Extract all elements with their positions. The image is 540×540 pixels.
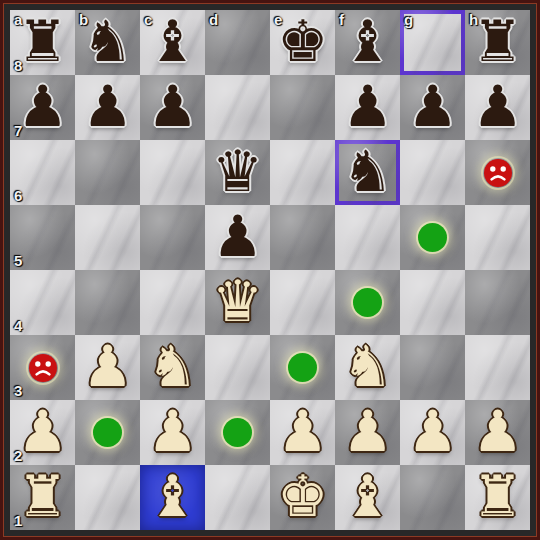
square-g5[interactable] [400, 205, 465, 270]
square-c7[interactable]: ♟ [140, 75, 205, 140]
board-frame: a8♜b♞c♝de♚f♝gh♜7♟♟♟♟♟♟6♛♞5♟4♛3♟♞♞2♟♟♟♟♟♟… [4, 4, 536, 536]
square-d7[interactable] [205, 75, 270, 140]
square-d3[interactable] [205, 335, 270, 400]
square-e1[interactable]: ♚ [270, 465, 335, 530]
white-pawn[interactable]: ♟ [147, 403, 198, 460]
black-pawn[interactable]: ♟ [342, 78, 393, 135]
square-b5[interactable] [75, 205, 140, 270]
square-g3[interactable] [400, 335, 465, 400]
square-h1[interactable]: ♜ [465, 465, 530, 530]
square-f4[interactable] [335, 270, 400, 335]
white-pawn[interactable]: ♟ [277, 403, 328, 460]
black-rook[interactable]: ♜ [472, 13, 523, 70]
square-a3[interactable]: 3 [10, 335, 75, 400]
square-h2[interactable]: ♟ [465, 400, 530, 465]
square-b7[interactable]: ♟ [75, 75, 140, 140]
black-bishop[interactable]: ♝ [342, 13, 393, 70]
black-knight[interactable]: ♞ [342, 143, 393, 200]
black-pawn[interactable]: ♟ [82, 78, 133, 135]
square-f6[interactable]: ♞ [335, 140, 400, 205]
black-pawn[interactable]: ♟ [147, 78, 198, 135]
white-pawn[interactable]: ♟ [342, 403, 393, 460]
square-a5[interactable]: 5 [10, 205, 75, 270]
square-d8[interactable]: d [205, 10, 270, 75]
square-d4[interactable]: ♛ [205, 270, 270, 335]
legal-move-dot[interactable] [288, 353, 317, 382]
black-knight[interactable]: ♞ [82, 13, 133, 70]
square-c6[interactable] [140, 140, 205, 205]
chess-app-screen: a8♜b♞c♝de♚f♝gh♜7♟♟♟♟♟♟6♛♞5♟4♛3♟♞♞2♟♟♟♟♟♟… [0, 0, 540, 540]
chess-board: a8♜b♞c♝de♚f♝gh♜7♟♟♟♟♟♟6♛♞5♟4♛3♟♞♞2♟♟♟♟♟♟… [10, 10, 530, 530]
square-f2[interactable]: ♟ [335, 400, 400, 465]
white-bishop[interactable]: ♝ [147, 468, 198, 525]
legal-move-dot[interactable] [353, 288, 382, 317]
square-f7[interactable]: ♟ [335, 75, 400, 140]
square-b3[interactable]: ♟ [75, 335, 140, 400]
square-e7[interactable] [270, 75, 335, 140]
square-f3[interactable]: ♞ [335, 335, 400, 400]
square-a6[interactable]: 6 [10, 140, 75, 205]
square-e2[interactable]: ♟ [270, 400, 335, 465]
black-queen[interactable]: ♛ [212, 143, 263, 200]
black-pawn[interactable]: ♟ [407, 78, 458, 135]
square-b4[interactable] [75, 270, 140, 335]
square-f8[interactable]: f♝ [335, 10, 400, 75]
black-rook[interactable]: ♜ [17, 13, 68, 70]
square-a1[interactable]: 1♜ [10, 465, 75, 530]
black-pawn[interactable]: ♟ [472, 78, 523, 135]
white-bishop[interactable]: ♝ [342, 468, 393, 525]
square-g4[interactable] [400, 270, 465, 335]
square-h5[interactable] [465, 205, 530, 270]
bad-move-face-icon[interactable] [28, 353, 58, 383]
square-c5[interactable] [140, 205, 205, 270]
square-e8[interactable]: e♚ [270, 10, 335, 75]
file-label: d [209, 11, 218, 28]
square-g8[interactable]: g [400, 10, 465, 75]
black-pawn[interactable]: ♟ [212, 208, 263, 265]
white-king[interactable]: ♚ [277, 468, 328, 525]
square-a2[interactable]: 2♟ [10, 400, 75, 465]
square-h7[interactable]: ♟ [465, 75, 530, 140]
square-f1[interactable]: ♝ [335, 465, 400, 530]
white-pawn[interactable]: ♟ [82, 338, 133, 395]
white-rook[interactable]: ♜ [17, 468, 68, 525]
square-e6[interactable] [270, 140, 335, 205]
square-e5[interactable] [270, 205, 335, 270]
square-e3[interactable] [270, 335, 335, 400]
white-pawn[interactable]: ♟ [407, 403, 458, 460]
rank-label: 6 [14, 187, 22, 204]
square-h3[interactable] [465, 335, 530, 400]
black-king[interactable]: ♚ [277, 13, 328, 70]
square-d1[interactable] [205, 465, 270, 530]
bad-move-face-icon[interactable] [483, 158, 513, 188]
white-knight[interactable]: ♞ [342, 338, 393, 395]
square-c1[interactable]: ♝ [140, 465, 205, 530]
square-g2[interactable]: ♟ [400, 400, 465, 465]
square-d5[interactable]: ♟ [205, 205, 270, 270]
square-h8[interactable]: h♜ [465, 10, 530, 75]
square-c2[interactable]: ♟ [140, 400, 205, 465]
legal-move-dot[interactable] [223, 418, 252, 447]
white-knight[interactable]: ♞ [147, 338, 198, 395]
file-label: g [404, 11, 413, 28]
square-d6[interactable]: ♛ [205, 140, 270, 205]
square-h6[interactable] [465, 140, 530, 205]
square-g7[interactable]: ♟ [400, 75, 465, 140]
square-a8[interactable]: a8♜ [10, 10, 75, 75]
rank-label: 5 [14, 252, 22, 269]
black-bishop[interactable]: ♝ [147, 13, 198, 70]
rank-label: 3 [14, 382, 22, 399]
black-pawn[interactable]: ♟ [17, 78, 68, 135]
rank-label: 4 [14, 317, 22, 334]
white-queen[interactable]: ♛ [212, 273, 263, 330]
square-b8[interactable]: b♞ [75, 10, 140, 75]
square-f5[interactable] [335, 205, 400, 270]
white-pawn[interactable]: ♟ [17, 403, 68, 460]
square-a4[interactable]: 4 [10, 270, 75, 335]
square-d2[interactable] [205, 400, 270, 465]
square-e4[interactable] [270, 270, 335, 335]
legal-move-dot[interactable] [418, 223, 447, 252]
square-c8[interactable]: c♝ [140, 10, 205, 75]
square-c4[interactable] [140, 270, 205, 335]
square-b6[interactable] [75, 140, 140, 205]
white-rook[interactable]: ♜ [472, 468, 523, 525]
white-pawn[interactable]: ♟ [472, 403, 523, 460]
square-c3[interactable]: ♞ [140, 335, 205, 400]
legal-move-dot[interactable] [93, 418, 122, 447]
square-g1[interactable] [400, 465, 465, 530]
square-g6[interactable] [400, 140, 465, 205]
square-a7[interactable]: 7♟ [10, 75, 75, 140]
square-b2[interactable] [75, 400, 140, 465]
square-h4[interactable] [465, 270, 530, 335]
square-b1[interactable] [75, 465, 140, 530]
